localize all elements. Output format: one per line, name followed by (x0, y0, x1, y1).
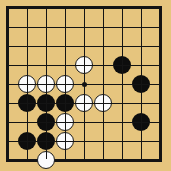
grid-line-horizontal (9, 122, 159, 123)
intersection[interactable] (151, 0, 170, 18)
grid-line-horizontal (9, 84, 159, 85)
intersection[interactable] (0, 151, 18, 170)
grid-line-vertical (103, 9, 104, 159)
intersection[interactable] (0, 0, 18, 18)
grid-line-horizontal (9, 103, 159, 104)
intersection[interactable] (151, 151, 170, 170)
grid-line-vertical (141, 9, 142, 159)
grid-line-vertical (122, 9, 123, 159)
grid-line-horizontal (9, 141, 159, 142)
go-board (0, 0, 171, 171)
